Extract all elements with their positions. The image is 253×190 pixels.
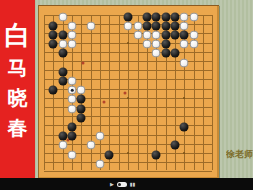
video-control-bar[interactable]: ▶ ▮▮ bbox=[0, 178, 253, 190]
grid-line-horizontal bbox=[44, 171, 212, 172]
black-stone bbox=[49, 86, 58, 95]
white-stone bbox=[68, 21, 77, 30]
white-stone bbox=[68, 104, 77, 113]
player-name-char-1: 马 bbox=[8, 58, 28, 78]
black-stone bbox=[152, 21, 161, 30]
black-stone bbox=[77, 104, 86, 113]
grid-line-vertical bbox=[100, 15, 101, 170]
white-stone bbox=[77, 86, 86, 95]
black-stone bbox=[170, 21, 179, 30]
black-stone bbox=[58, 67, 67, 76]
white-stone bbox=[58, 40, 67, 49]
black-stone bbox=[58, 76, 67, 85]
black-stone bbox=[152, 150, 161, 159]
black-stone bbox=[58, 30, 67, 39]
black-stone bbox=[170, 141, 179, 150]
black-stone bbox=[142, 12, 151, 21]
white-stone bbox=[68, 95, 77, 104]
grid-line-horizontal bbox=[44, 162, 212, 163]
black-stone bbox=[180, 30, 189, 39]
black-stone bbox=[49, 30, 58, 39]
white-stone bbox=[68, 76, 77, 85]
black-stone bbox=[49, 21, 58, 30]
grid-line-vertical bbox=[109, 15, 110, 170]
playback-controls: ▶ ▮▮ bbox=[110, 182, 135, 187]
white-stone bbox=[189, 40, 198, 49]
white-stone bbox=[58, 141, 67, 150]
black-stone bbox=[68, 122, 77, 131]
grid-line-horizontal bbox=[44, 144, 212, 145]
white-stone bbox=[152, 40, 161, 49]
black-stone bbox=[142, 21, 151, 30]
star-point bbox=[127, 97, 129, 99]
white-stone bbox=[152, 49, 161, 58]
black-stone bbox=[58, 132, 67, 141]
annotation-dot bbox=[82, 62, 85, 65]
player-color-label: 白 bbox=[5, 22, 31, 48]
black-stone bbox=[49, 40, 58, 49]
black-stone bbox=[161, 21, 170, 30]
black-stone bbox=[161, 40, 170, 49]
star-point bbox=[127, 42, 129, 44]
black-stone bbox=[161, 49, 170, 58]
watermark-text: 徐老师的 bbox=[226, 149, 253, 160]
white-stone bbox=[96, 159, 105, 168]
grid-line-vertical bbox=[44, 15, 45, 170]
black-stone bbox=[170, 12, 179, 21]
star-point bbox=[127, 152, 129, 154]
black-stone bbox=[58, 49, 67, 58]
white-stone bbox=[180, 12, 189, 21]
black-stone bbox=[161, 12, 170, 21]
pause-icon[interactable]: ▮▮ bbox=[130, 182, 136, 187]
white-stone bbox=[180, 21, 189, 30]
black-stone bbox=[180, 122, 189, 131]
video-frame: 白 马 晓 春 徐老师的 ▶ ▮▮ bbox=[0, 0, 253, 190]
grid-line-vertical bbox=[119, 15, 120, 170]
last-move-marker bbox=[70, 88, 74, 92]
white-stone bbox=[68, 40, 77, 49]
black-stone bbox=[77, 95, 86, 104]
white-stone bbox=[124, 21, 133, 30]
white-stone bbox=[68, 150, 77, 159]
black-stone bbox=[77, 113, 86, 122]
white-stone bbox=[68, 86, 77, 95]
white-stone bbox=[180, 58, 189, 67]
white-stone bbox=[86, 21, 95, 30]
grid-line-vertical bbox=[212, 15, 213, 170]
white-stone bbox=[96, 132, 105, 141]
white-stone bbox=[142, 40, 151, 49]
white-stone bbox=[133, 30, 142, 39]
star-point bbox=[183, 152, 185, 154]
go-board bbox=[38, 5, 219, 179]
black-stone bbox=[170, 49, 179, 58]
white-stone bbox=[152, 30, 161, 39]
black-stone bbox=[152, 12, 161, 21]
player-name-char-2: 晓 bbox=[8, 88, 28, 108]
annotation-dot bbox=[103, 101, 106, 104]
grid-line-horizontal bbox=[44, 116, 212, 117]
white-stone bbox=[142, 30, 151, 39]
grid-line-vertical bbox=[128, 15, 129, 170]
white-stone bbox=[86, 141, 95, 150]
black-stone bbox=[68, 132, 77, 141]
white-stone bbox=[180, 40, 189, 49]
white-stone bbox=[189, 12, 198, 21]
grid-line-vertical bbox=[203, 15, 204, 170]
black-stone bbox=[170, 30, 179, 39]
black-stone bbox=[124, 12, 133, 21]
black-stone bbox=[161, 30, 170, 39]
white-stone bbox=[68, 30, 77, 39]
player-panel: 白 马 晓 春 bbox=[0, 0, 35, 178]
star-point bbox=[183, 97, 185, 99]
rewind-icon[interactable]: ▶ bbox=[110, 182, 114, 187]
play-pause-toggle[interactable] bbox=[117, 182, 127, 187]
player-name-char-3: 春 bbox=[8, 118, 28, 138]
white-stone bbox=[133, 21, 142, 30]
black-stone bbox=[105, 150, 114, 159]
white-stone bbox=[58, 12, 67, 21]
annotation-dot bbox=[124, 92, 127, 95]
white-stone bbox=[189, 30, 198, 39]
